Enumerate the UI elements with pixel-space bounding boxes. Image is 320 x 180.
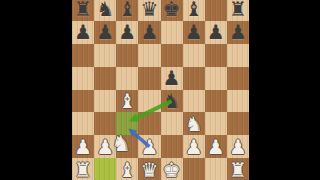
square-g5[interactable]	[205, 67, 227, 90]
piece-black-rook-h8[interactable]: ♜	[227, 0, 249, 21]
chess-board[interactable]: ♜♞♝♛♚♝♜♟♟♟♟♟♟♟♟♝♞♞♟♟♟♟♟♟♜♝♛♚♜♞	[72, 0, 249, 180]
piece-black-queen-d8[interactable]: ♛	[138, 0, 160, 21]
square-b1[interactable]	[94, 158, 116, 180]
piece-black-knight-e4[interactable]: ♞	[161, 90, 183, 113]
piece-white-pawn-a2[interactable]: ♟	[72, 135, 94, 158]
square-g1[interactable]	[205, 158, 227, 180]
piece-white-knight-animating-b1-c3[interactable]: ♞	[110, 133, 132, 156]
piece-black-pawn-d7[interactable]: ♟	[138, 21, 160, 44]
square-a6[interactable]	[72, 44, 94, 67]
square-e3[interactable]	[161, 112, 183, 135]
square-e6[interactable]	[161, 44, 183, 67]
piece-white-pawn-f2[interactable]: ♟	[183, 135, 205, 158]
letterbox-right	[249, 0, 320, 180]
square-h3[interactable]	[227, 112, 249, 135]
square-c6[interactable]	[116, 44, 138, 67]
square-d6[interactable]	[138, 44, 160, 67]
video-frame: ♜♞♝♛♚♝♜♟♟♟♟♟♟♟♟♝♞♞♟♟♟♟♟♟♜♝♛♚♜♞	[0, 0, 320, 180]
square-f1[interactable]	[183, 158, 205, 180]
square-b5[interactable]	[94, 67, 116, 90]
square-h5[interactable]	[227, 67, 249, 90]
piece-white-rook-h1[interactable]: ♜	[227, 158, 249, 180]
piece-white-king-e1[interactable]: ♚	[161, 158, 183, 180]
square-d5[interactable]	[138, 67, 160, 90]
square-a5[interactable]	[72, 67, 94, 90]
piece-white-bishop-c1[interactable]: ♝	[116, 158, 138, 180]
square-c5[interactable]	[116, 67, 138, 90]
square-d4[interactable]	[138, 90, 160, 113]
square-f4[interactable]	[183, 90, 205, 113]
piece-white-bishop-c4[interactable]: ♝	[116, 90, 138, 113]
piece-black-pawn-h7[interactable]: ♟	[227, 21, 249, 44]
square-a4[interactable]	[72, 90, 94, 113]
letterbox-left	[0, 0, 72, 180]
square-g4[interactable]	[205, 90, 227, 113]
piece-white-pawn-h2[interactable]: ♟	[227, 135, 249, 158]
square-g6[interactable]	[205, 44, 227, 67]
square-a3[interactable]	[72, 112, 94, 135]
square-b4[interactable]	[94, 90, 116, 113]
piece-black-pawn-a7[interactable]: ♟	[72, 21, 94, 44]
piece-black-pawn-e5[interactable]: ♟	[161, 67, 183, 90]
piece-black-pawn-b7[interactable]: ♟	[94, 21, 116, 44]
square-g3[interactable]	[205, 112, 227, 135]
piece-black-king-e8[interactable]: ♚	[161, 0, 183, 21]
square-d3[interactable]	[138, 112, 160, 135]
piece-black-pawn-g7[interactable]: ♟	[205, 21, 227, 44]
piece-white-pawn-d2[interactable]: ♟	[138, 135, 160, 158]
piece-black-rook-a8[interactable]: ♜	[72, 0, 94, 21]
square-h4[interactable]	[227, 90, 249, 113]
square-g8[interactable]	[205, 0, 227, 21]
piece-white-queen-d1[interactable]: ♛	[138, 158, 160, 180]
piece-black-bishop-f8[interactable]: ♝	[183, 0, 205, 21]
square-f5[interactable]	[183, 67, 205, 90]
piece-black-bishop-c8[interactable]: ♝	[116, 0, 138, 21]
square-h6[interactable]	[227, 44, 249, 67]
piece-white-pawn-g2[interactable]: ♟	[205, 135, 227, 158]
piece-black-pawn-f7[interactable]: ♟	[183, 21, 205, 44]
piece-black-pawn-c7[interactable]: ♟	[116, 21, 138, 44]
piece-white-knight-f3[interactable]: ♞	[183, 112, 205, 135]
piece-white-rook-a1[interactable]: ♜	[72, 158, 94, 180]
square-e2[interactable]	[161, 135, 183, 158]
piece-black-knight-b8[interactable]: ♞	[94, 0, 116, 21]
square-b6[interactable]	[94, 44, 116, 67]
square-e7[interactable]	[161, 21, 183, 44]
square-f6[interactable]	[183, 44, 205, 67]
